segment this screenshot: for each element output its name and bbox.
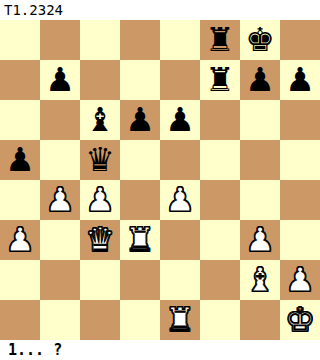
square-c6[interactable]: ♝ <box>80 100 120 140</box>
square-e5[interactable] <box>160 140 200 180</box>
square-b2[interactable] <box>40 260 80 300</box>
square-h5[interactable] <box>280 140 320 180</box>
square-g4[interactable] <box>240 180 280 220</box>
square-g1[interactable] <box>240 300 280 340</box>
square-c4[interactable]: ♟ <box>80 180 120 220</box>
white-pawn: ♟ <box>160 180 200 220</box>
black-king: ♚ <box>240 20 280 60</box>
black-pawn: ♟ <box>40 60 80 100</box>
square-g7[interactable]: ♟ <box>240 60 280 100</box>
black-bishop: ♝ <box>80 100 120 140</box>
square-a6[interactable] <box>0 100 40 140</box>
black-pawn: ♟ <box>0 140 40 180</box>
square-e1[interactable]: ♜ <box>160 300 200 340</box>
square-a5[interactable]: ♟ <box>0 140 40 180</box>
black-queen: ♛ <box>80 140 120 180</box>
white-king: ♚ <box>280 300 320 340</box>
black-pawn: ♟ <box>240 60 280 100</box>
square-d8[interactable] <box>120 20 160 60</box>
square-d1[interactable] <box>120 300 160 340</box>
white-pawn: ♟ <box>0 220 40 260</box>
square-b1[interactable] <box>40 300 80 340</box>
white-pawn: ♟ <box>80 180 120 220</box>
square-f5[interactable] <box>200 140 240 180</box>
white-rook: ♜ <box>120 220 160 260</box>
square-b7[interactable]: ♟ <box>40 60 80 100</box>
square-f2[interactable] <box>200 260 240 300</box>
square-h6[interactable] <box>280 100 320 140</box>
square-c8[interactable] <box>80 20 120 60</box>
white-pawn: ♟ <box>240 220 280 260</box>
square-e7[interactable] <box>160 60 200 100</box>
square-a7[interactable] <box>0 60 40 100</box>
square-d2[interactable] <box>120 260 160 300</box>
square-h1[interactable]: ♚ <box>280 300 320 340</box>
move-prompt: 1... ? <box>0 340 320 360</box>
square-e8[interactable] <box>160 20 200 60</box>
square-h8[interactable] <box>280 20 320 60</box>
white-queen: ♛ <box>80 220 120 260</box>
square-e4[interactable]: ♟ <box>160 180 200 220</box>
square-d5[interactable] <box>120 140 160 180</box>
square-g8[interactable]: ♚ <box>240 20 280 60</box>
white-rook: ♜ <box>160 300 200 340</box>
square-h4[interactable] <box>280 180 320 220</box>
square-g2[interactable]: ♝ <box>240 260 280 300</box>
white-pawn: ♟ <box>40 180 80 220</box>
square-a1[interactable] <box>0 300 40 340</box>
square-c1[interactable] <box>80 300 120 340</box>
square-b6[interactable] <box>40 100 80 140</box>
square-a2[interactable] <box>0 260 40 300</box>
square-h2[interactable]: ♟ <box>280 260 320 300</box>
black-pawn: ♟ <box>160 100 200 140</box>
square-g6[interactable] <box>240 100 280 140</box>
square-f6[interactable] <box>200 100 240 140</box>
square-c3[interactable]: ♛ <box>80 220 120 260</box>
square-e3[interactable] <box>160 220 200 260</box>
black-pawn: ♟ <box>280 60 320 100</box>
square-f7[interactable]: ♜ <box>200 60 240 100</box>
square-c5[interactable]: ♛ <box>80 140 120 180</box>
square-d3[interactable]: ♜ <box>120 220 160 260</box>
black-pawn: ♟ <box>120 100 160 140</box>
square-e6[interactable]: ♟ <box>160 100 200 140</box>
square-b3[interactable] <box>40 220 80 260</box>
square-h7[interactable]: ♟ <box>280 60 320 100</box>
square-g3[interactable]: ♟ <box>240 220 280 260</box>
square-f3[interactable] <box>200 220 240 260</box>
square-f4[interactable] <box>200 180 240 220</box>
square-g5[interactable] <box>240 140 280 180</box>
square-b4[interactable]: ♟ <box>40 180 80 220</box>
square-a8[interactable] <box>0 20 40 60</box>
square-b8[interactable] <box>40 20 80 60</box>
white-pawn: ♟ <box>280 260 320 300</box>
chess-board: ♜♚♟♜♟♟♝♟♟♟♛♟♟♟♟♛♜♟♝♟♜♚ <box>0 20 320 340</box>
square-f8[interactable]: ♜ <box>200 20 240 60</box>
square-c7[interactable] <box>80 60 120 100</box>
square-a3[interactable]: ♟ <box>0 220 40 260</box>
white-bishop: ♝ <box>240 260 280 300</box>
square-d4[interactable] <box>120 180 160 220</box>
puzzle-id: T1.2324 <box>0 0 320 20</box>
square-d6[interactable]: ♟ <box>120 100 160 140</box>
square-a4[interactable] <box>0 180 40 220</box>
square-b5[interactable] <box>40 140 80 180</box>
chess-trainer-window: T1.2324 ♜♚♟♜♟♟♝♟♟♟♛♟♟♟♟♛♜♟♝♟♜♚ 1... ? <box>0 0 320 360</box>
square-c2[interactable] <box>80 260 120 300</box>
square-f1[interactable] <box>200 300 240 340</box>
square-h3[interactable] <box>280 220 320 260</box>
black-rook: ♜ <box>200 20 240 60</box>
black-rook: ♜ <box>200 60 240 100</box>
square-e2[interactable] <box>160 260 200 300</box>
square-d7[interactable] <box>120 60 160 100</box>
